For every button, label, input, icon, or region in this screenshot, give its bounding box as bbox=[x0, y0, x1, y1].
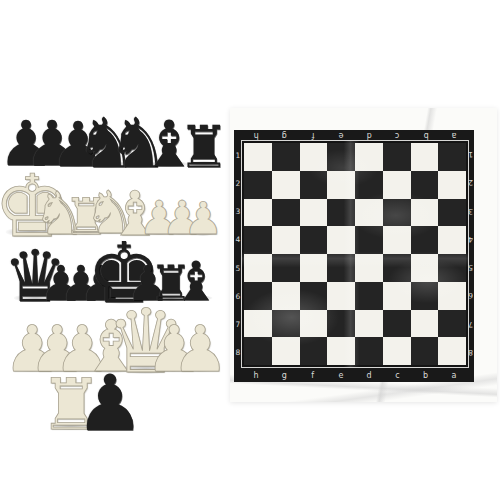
file-label-top-h: h bbox=[242, 130, 270, 141]
board-square-b3 bbox=[411, 199, 439, 227]
file-label-top-a: a bbox=[440, 130, 468, 141]
product-photo: ♟♟♟♞♞♝♜♚♞♜♞♝♟♟♟♛♟♟♟♚♟♜♝♟♟♟♝♛♟♟♜♟ hgfedcb… bbox=[0, 0, 500, 500]
rank-label-left-1: 1 bbox=[234, 141, 242, 169]
board-square-h3 bbox=[244, 199, 272, 227]
board-square-e6 bbox=[327, 282, 355, 310]
board-square-a6 bbox=[438, 282, 466, 310]
board-square-g1 bbox=[272, 143, 300, 171]
board-square-b8 bbox=[411, 337, 439, 365]
rank-label-right-5: 5 bbox=[467, 254, 474, 282]
board-square-e7 bbox=[327, 310, 355, 338]
file-label-top-g: g bbox=[270, 130, 298, 141]
rank-label-left-8: 8 bbox=[234, 339, 242, 367]
file-label-top-d: d bbox=[355, 130, 383, 141]
board-square-c3 bbox=[383, 199, 411, 227]
rank-label-right-3: 3 bbox=[467, 198, 474, 226]
board-square-c6 bbox=[383, 282, 411, 310]
chess-piece-black-rook: ♜ bbox=[178, 118, 230, 176]
board-square-f5 bbox=[300, 254, 328, 282]
board-square-c8 bbox=[383, 337, 411, 365]
board-square-d3 bbox=[355, 199, 383, 227]
board-square-d6 bbox=[355, 282, 383, 310]
board-square-a2 bbox=[438, 171, 466, 199]
board-square-d2 bbox=[355, 171, 383, 199]
rank-label-left-3: 3 bbox=[234, 198, 242, 226]
board-square-f6 bbox=[300, 282, 328, 310]
file-label-top-f: f bbox=[299, 130, 327, 141]
board-square-a5 bbox=[438, 254, 466, 282]
board-square-f7 bbox=[300, 310, 328, 338]
file-label-bottom-a: a bbox=[440, 368, 468, 382]
board-square-b4 bbox=[411, 226, 439, 254]
chess-piece-white-pawn: ♟ bbox=[183, 197, 223, 242]
board-square-c1 bbox=[383, 143, 411, 171]
file-labels-bottom: hgfedcba bbox=[242, 368, 468, 382]
chess-piece-black-pawn: ♟ bbox=[75, 365, 145, 443]
board-square-f4 bbox=[300, 226, 328, 254]
board-square-f3 bbox=[300, 199, 328, 227]
file-label-top-c: c bbox=[383, 130, 411, 141]
board-square-g8 bbox=[272, 337, 300, 365]
board-square-e1 bbox=[327, 143, 355, 171]
board-square-f1 bbox=[300, 143, 328, 171]
board-square-b5 bbox=[411, 254, 439, 282]
board-square-h7 bbox=[244, 310, 272, 338]
board-square-h5 bbox=[244, 254, 272, 282]
board-square-h2 bbox=[244, 171, 272, 199]
board-square-d8 bbox=[355, 337, 383, 365]
board-square-g2 bbox=[272, 171, 300, 199]
board-square-e4 bbox=[327, 226, 355, 254]
board-square-c4 bbox=[383, 226, 411, 254]
file-label-bottom-c: c bbox=[383, 368, 411, 382]
rank-label-right-7: 7 bbox=[467, 311, 474, 339]
board-square-f2 bbox=[300, 171, 328, 199]
file-label-top-e: e bbox=[327, 130, 355, 141]
vinyl-chess-mat: hgfedcba hgfedcba 12345678 12345678 bbox=[230, 108, 497, 402]
rank-label-right-1: 1 bbox=[467, 141, 474, 169]
rank-label-left-5: 5 bbox=[234, 254, 242, 282]
board-square-a4 bbox=[438, 226, 466, 254]
file-labels-top: hgfedcba bbox=[242, 130, 468, 141]
board-square-b7 bbox=[411, 310, 439, 338]
rank-label-left-2: 2 bbox=[234, 169, 242, 197]
rank-label-left-4: 4 bbox=[234, 226, 242, 254]
board-square-d5 bbox=[355, 254, 383, 282]
board-square-e8 bbox=[327, 337, 355, 365]
board-square-f8 bbox=[300, 337, 328, 365]
board-square-a7 bbox=[438, 310, 466, 338]
rank-labels-left: 12345678 bbox=[234, 141, 242, 367]
board-square-d1 bbox=[355, 143, 383, 171]
board-square-g6 bbox=[272, 282, 300, 310]
board-square-h1 bbox=[244, 143, 272, 171]
board-square-c5 bbox=[383, 254, 411, 282]
board-square-d7 bbox=[355, 310, 383, 338]
board-square-b1 bbox=[411, 143, 439, 171]
board-square-c7 bbox=[383, 310, 411, 338]
board-square-b6 bbox=[411, 282, 439, 310]
board-square-g3 bbox=[272, 199, 300, 227]
file-label-bottom-d: d bbox=[355, 368, 383, 382]
rank-labels-right: 12345678 bbox=[467, 141, 474, 367]
rank-label-left-6: 6 bbox=[234, 282, 242, 310]
rank-label-right-4: 4 bbox=[467, 226, 474, 254]
file-label-bottom-h: h bbox=[242, 368, 270, 382]
rank-label-right-2: 2 bbox=[467, 169, 474, 197]
board-square-e2 bbox=[327, 171, 355, 199]
file-label-bottom-e: e bbox=[327, 368, 355, 382]
file-label-bottom-f: f bbox=[299, 368, 327, 382]
file-label-top-b: b bbox=[412, 130, 440, 141]
chess-board bbox=[242, 141, 468, 367]
file-label-bottom-b: b bbox=[412, 368, 440, 382]
rank-label-right-8: 8 bbox=[467, 339, 474, 367]
board-square-c2 bbox=[383, 171, 411, 199]
board-square-g5 bbox=[272, 254, 300, 282]
board-square-h8 bbox=[244, 337, 272, 365]
chess-piece-white-pawn: ♟ bbox=[171, 318, 228, 382]
board-square-e5 bbox=[327, 254, 355, 282]
board-square-d4 bbox=[355, 226, 383, 254]
board-square-h6 bbox=[244, 282, 272, 310]
board-square-a1 bbox=[438, 143, 466, 171]
board-square-h4 bbox=[244, 226, 272, 254]
board-square-b2 bbox=[411, 171, 439, 199]
board-border-frame: hgfedcba hgfedcba 12345678 12345678 bbox=[234, 130, 474, 382]
rank-label-left-7: 7 bbox=[234, 311, 242, 339]
board-square-a3 bbox=[438, 199, 466, 227]
board-square-e3 bbox=[327, 199, 355, 227]
rank-label-right-6: 6 bbox=[467, 282, 474, 310]
board-square-a8 bbox=[438, 337, 466, 365]
board-square-g4 bbox=[272, 226, 300, 254]
board-square-g7 bbox=[272, 310, 300, 338]
file-label-bottom-g: g bbox=[270, 368, 298, 382]
